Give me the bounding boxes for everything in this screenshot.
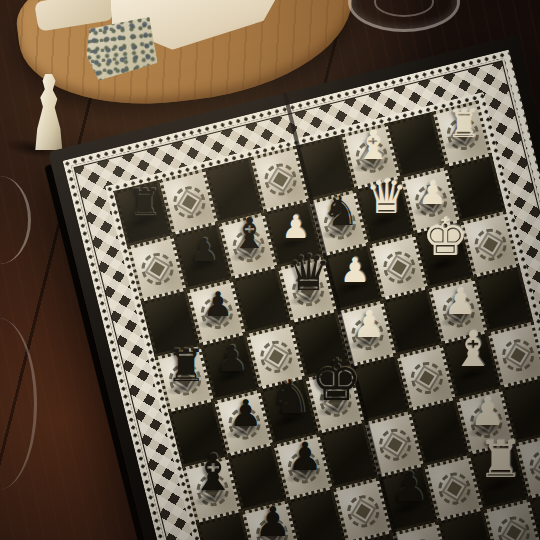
white-pawn-glyph: ♟ xyxy=(339,256,369,287)
board-grid: ♜♝♜♟♝♟♞♛♟♟♛♟♚♜♟♟♟♟♞♚♝♝♟♟♟♟♜ xyxy=(113,100,540,540)
black-pawn-glyph: ♟ xyxy=(287,439,322,474)
white-bishop-glyph: ♝ xyxy=(451,328,495,372)
black-pawn-glyph: ♟ xyxy=(254,504,291,540)
inlay-lattice-border: ♜♝♜♟♝♟♞♛♟♟♛♟♚♜♟♟♟♟♞♚♝♝♟♟♟♟♜ xyxy=(71,58,540,540)
dotted-border-inner: ♜♝♜♟♝♟♞♛♟♟♛♟♚♜♟♟♟♟♞♚♝♝♟♟♟♟♜ xyxy=(105,92,540,540)
white-queen-glyph: ♛ xyxy=(365,176,407,218)
black-king-glyph: ♚ xyxy=(310,354,361,405)
black-rook-glyph: ♜ xyxy=(165,345,205,386)
wine-glass-inner-ring xyxy=(374,0,434,17)
black-bishop-glyph: ♝ xyxy=(190,450,236,496)
white-pawn-glyph: ♟ xyxy=(352,309,384,341)
captured-white-piece[interactable] xyxy=(30,74,68,150)
black-bishop-glyph: ♝ xyxy=(230,215,268,253)
black-pawn-glyph: ♟ xyxy=(391,470,428,507)
captured-piece-body xyxy=(30,74,68,150)
white-king-glyph: ♚ xyxy=(422,215,469,262)
white-pawn-glyph: ♟ xyxy=(418,179,447,208)
black-pawn-glyph: ♟ xyxy=(215,343,247,375)
black-knight-glyph: ♞ xyxy=(322,193,359,230)
white-pawn-glyph: ♟ xyxy=(469,394,504,429)
black-queen-glyph: ♛ xyxy=(286,251,331,296)
black-pawn-glyph: ♟ xyxy=(229,397,262,430)
black-rook-glyph: ♜ xyxy=(127,186,161,220)
white-pawn-glyph: ♟ xyxy=(443,286,475,318)
white-rook-glyph: ♜ xyxy=(477,437,523,483)
black-knight-glyph: ♞ xyxy=(269,376,311,418)
white-bishop-glyph: ♝ xyxy=(354,128,390,164)
scene: ♜♝♜♟♝♟♞♛♟♟♛♟♚♜♟♟♟♟♞♚♝♝♟♟♟♟♜ xyxy=(0,0,540,540)
white-rook-glyph: ♜ xyxy=(446,107,480,141)
black-pawn-glyph: ♟ xyxy=(190,236,219,265)
black-pawn-glyph: ♟ xyxy=(202,290,232,321)
white-pawn-glyph: ♟ xyxy=(281,214,310,243)
